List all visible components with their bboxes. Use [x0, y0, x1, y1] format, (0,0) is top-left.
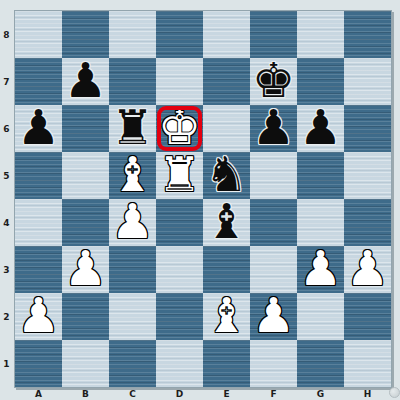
square-c5[interactable]: ♝	[109, 152, 156, 199]
square-h2[interactable]	[344, 293, 391, 340]
file-label-a: A	[15, 388, 62, 400]
square-e8[interactable]	[203, 11, 250, 58]
square-e4[interactable]: ♝	[203, 199, 250, 246]
square-a8[interactable]	[15, 11, 62, 58]
square-a3[interactable]	[15, 246, 62, 293]
square-b4[interactable]	[62, 199, 109, 246]
file-label-b: B	[62, 388, 109, 400]
piece-white-pawn-icon[interactable]: ♟	[299, 245, 342, 292]
square-d4[interactable]	[156, 199, 203, 246]
square-b3[interactable]: ♟	[62, 246, 109, 293]
square-e6[interactable]	[203, 105, 250, 152]
piece-black-pawn-icon[interactable]: ♟	[299, 104, 342, 151]
square-b1[interactable]	[62, 340, 109, 387]
square-h5[interactable]	[344, 152, 391, 199]
rank-labels: 87654321	[0, 11, 14, 387]
square-f6[interactable]: ♟	[250, 105, 297, 152]
piece-white-pawn-icon[interactable]: ♟	[252, 292, 295, 339]
square-f2[interactable]: ♟	[250, 293, 297, 340]
square-f8[interactable]	[250, 11, 297, 58]
square-d2[interactable]	[156, 293, 203, 340]
square-e5[interactable]: ♞	[203, 152, 250, 199]
square-f4[interactable]	[250, 199, 297, 246]
rank-label-6: 6	[0, 105, 13, 152]
square-e7[interactable]	[203, 58, 250, 105]
piece-white-king-icon[interactable]: ♚	[158, 104, 201, 151]
board-grid: ♟♚♟♜♚♟♟♝♜♞♟♝♟♟♟♟♝♟	[14, 10, 392, 388]
file-label-e: E	[203, 388, 250, 400]
piece-white-pawn-icon[interactable]: ♟	[17, 292, 60, 339]
square-h1[interactable]	[344, 340, 391, 387]
square-g3[interactable]: ♟	[297, 246, 344, 293]
rank-label-3: 3	[0, 246, 13, 293]
square-g2[interactable]	[297, 293, 344, 340]
square-g8[interactable]	[297, 11, 344, 58]
file-label-d: D	[156, 388, 203, 400]
square-g6[interactable]: ♟	[297, 105, 344, 152]
square-e3[interactable]	[203, 246, 250, 293]
square-c4[interactable]: ♟	[109, 199, 156, 246]
square-a5[interactable]	[15, 152, 62, 199]
file-labels: ABCDEFGH	[15, 388, 391, 400]
square-c3[interactable]	[109, 246, 156, 293]
piece-white-pawn-icon[interactable]: ♟	[111, 198, 154, 245]
square-d1[interactable]	[156, 340, 203, 387]
square-g4[interactable]	[297, 199, 344, 246]
square-h8[interactable]	[344, 11, 391, 58]
square-h3[interactable]: ♟	[344, 246, 391, 293]
piece-black-knight-icon[interactable]: ♞	[205, 151, 248, 198]
square-d7[interactable]	[156, 58, 203, 105]
square-d6[interactable]: ♚	[156, 105, 203, 152]
chess-board-panel: 87654321 ♟♚♟♜♚♟♟♝♜♞♟♝♟♟♟♟♝♟ ABCDEFGH	[0, 0, 400, 400]
square-b7[interactable]: ♟	[62, 58, 109, 105]
square-h7[interactable]	[344, 58, 391, 105]
piece-black-rook-icon[interactable]: ♜	[111, 104, 154, 151]
square-d5[interactable]: ♜	[156, 152, 203, 199]
file-label-c: C	[109, 388, 156, 400]
square-c2[interactable]	[109, 293, 156, 340]
file-label-f: F	[250, 388, 297, 400]
square-c1[interactable]	[109, 340, 156, 387]
square-h6[interactable]	[344, 105, 391, 152]
square-a7[interactable]	[15, 58, 62, 105]
piece-white-bishop-icon[interactable]: ♝	[205, 292, 248, 339]
square-b6[interactable]	[62, 105, 109, 152]
square-e1[interactable]	[203, 340, 250, 387]
rank-label-4: 4	[0, 199, 13, 246]
square-c6[interactable]: ♜	[109, 105, 156, 152]
square-c7[interactable]	[109, 58, 156, 105]
piece-white-rook-icon[interactable]: ♜	[158, 151, 201, 198]
square-f7[interactable]: ♚	[250, 58, 297, 105]
piece-white-pawn-icon[interactable]: ♟	[64, 245, 107, 292]
square-d8[interactable]	[156, 11, 203, 58]
watermark-circle-icon	[389, 387, 400, 398]
file-label-h: H	[344, 388, 391, 400]
square-a1[interactable]	[15, 340, 62, 387]
piece-white-bishop-icon[interactable]: ♝	[111, 151, 154, 198]
rank-label-8: 8	[0, 11, 13, 58]
rank-label-2: 2	[0, 293, 13, 340]
square-a2[interactable]: ♟	[15, 293, 62, 340]
square-d3[interactable]	[156, 246, 203, 293]
square-g1[interactable]	[297, 340, 344, 387]
square-b2[interactable]	[62, 293, 109, 340]
rank-label-7: 7	[0, 58, 13, 105]
piece-black-pawn-icon[interactable]: ♟	[17, 104, 60, 151]
square-g7[interactable]	[297, 58, 344, 105]
square-f5[interactable]	[250, 152, 297, 199]
square-e2[interactable]: ♝	[203, 293, 250, 340]
piece-white-pawn-icon[interactable]: ♟	[346, 245, 389, 292]
square-g5[interactable]	[297, 152, 344, 199]
square-h4[interactable]	[344, 199, 391, 246]
square-c8[interactable]	[109, 11, 156, 58]
square-b5[interactable]	[62, 152, 109, 199]
square-b8[interactable]	[62, 11, 109, 58]
square-f3[interactable]	[250, 246, 297, 293]
rank-label-5: 5	[0, 152, 13, 199]
file-label-g: G	[297, 388, 344, 400]
square-a4[interactable]	[15, 199, 62, 246]
square-f1[interactable]	[250, 340, 297, 387]
piece-black-pawn-icon[interactable]: ♟	[64, 57, 107, 104]
square-a6[interactable]: ♟	[15, 105, 62, 152]
piece-black-pawn-icon[interactable]: ♟	[252, 104, 295, 151]
piece-black-bishop-icon[interactable]: ♝	[205, 198, 248, 245]
piece-black-king-icon[interactable]: ♚	[252, 57, 295, 104]
rank-label-1: 1	[0, 340, 13, 387]
